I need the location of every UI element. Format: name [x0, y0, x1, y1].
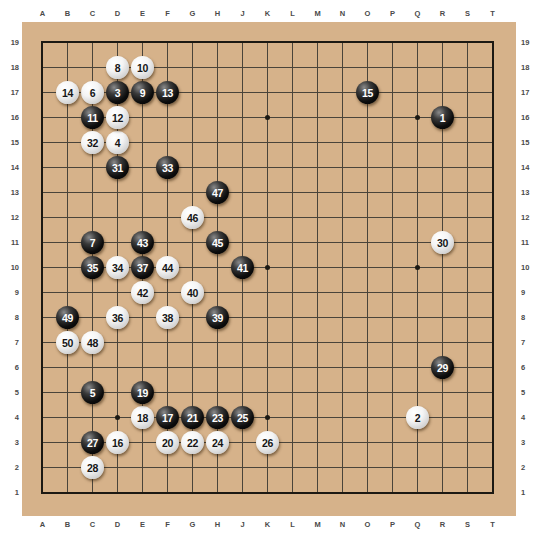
coord-label: 5 [521, 380, 537, 405]
move-number: 10 [137, 62, 148, 74]
coord-label: L [280, 518, 305, 532]
coord-label: 7 [3, 330, 19, 355]
coord-label: 2 [521, 455, 537, 480]
stone-black-F4[interactable]: 17 [156, 406, 179, 429]
stone-black-E17[interactable]: 9 [131, 81, 154, 104]
move-number: 29 [437, 362, 448, 374]
coord-label: N [330, 7, 355, 21]
stone-white-D16[interactable]: 12 [106, 106, 129, 129]
coord-label: F [155, 518, 180, 532]
coord-label: Q [405, 518, 430, 532]
coord-label: 11 [3, 230, 19, 255]
stone-black-E10[interactable]: 37 [131, 256, 154, 279]
move-number: 40 [187, 287, 198, 299]
move-number: 50 [62, 337, 73, 349]
move-number: 49 [62, 312, 73, 324]
coord-label: B [55, 7, 80, 21]
stone-white-Q4[interactable]: 2 [406, 406, 429, 429]
move-number: 19 [137, 387, 148, 399]
move-number: 11 [87, 112, 98, 124]
stone-white-F3[interactable]: 20 [156, 431, 179, 454]
stone-black-J10[interactable]: 41 [231, 256, 254, 279]
stone-white-D10[interactable]: 34 [106, 256, 129, 279]
move-number: 26 [262, 437, 273, 449]
move-number: 27 [87, 437, 98, 449]
stone-black-C11[interactable]: 7 [81, 231, 104, 254]
column-labels-bottom: ABCDEFGHJKLMNOPQRST [30, 518, 505, 532]
coord-label: M [305, 7, 330, 21]
stone-white-K3[interactable]: 26 [256, 431, 279, 454]
move-number: 38 [162, 312, 173, 324]
stone-black-O17[interactable]: 15 [356, 81, 379, 104]
coord-label: 1 [3, 480, 19, 505]
move-number: 1 [440, 112, 446, 124]
stone-white-G12[interactable]: 46 [181, 206, 204, 229]
coord-label: G [180, 518, 205, 532]
move-number: 48 [87, 337, 98, 349]
coord-label: K [255, 7, 280, 21]
move-number: 31 [112, 162, 123, 174]
stone-black-H11[interactable]: 45 [206, 231, 229, 254]
row-labels-left: 19181716151413121110987654321 [3, 30, 19, 505]
move-number: 9 [140, 87, 146, 99]
stone-black-C10[interactable]: 35 [81, 256, 104, 279]
coord-label: M [305, 518, 330, 532]
coord-label: 10 [521, 255, 537, 280]
coord-label: 13 [521, 180, 537, 205]
move-number: 5 [90, 387, 96, 399]
coord-label: R [430, 7, 455, 21]
stone-white-H3[interactable]: 24 [206, 431, 229, 454]
move-number: 4 [115, 137, 121, 149]
coord-label: G [180, 7, 205, 21]
move-number: 37 [137, 262, 148, 274]
coord-label: 9 [521, 280, 537, 305]
stone-black-H13[interactable]: 47 [206, 181, 229, 204]
move-number: 41 [237, 262, 248, 274]
coord-label: N [330, 518, 355, 532]
stone-white-E4[interactable]: 18 [131, 406, 154, 429]
coord-label: 12 [3, 205, 19, 230]
coord-label: C [80, 518, 105, 532]
stone-black-R6[interactable]: 29 [431, 356, 454, 379]
stone-white-D15[interactable]: 4 [106, 131, 129, 154]
coord-label: 13 [3, 180, 19, 205]
coord-label: D [105, 7, 130, 21]
coord-label: 15 [521, 130, 537, 155]
coord-label: Q [405, 7, 430, 21]
stone-black-D17[interactable]: 3 [106, 81, 129, 104]
move-number: 12 [112, 112, 123, 124]
move-number: 36 [112, 312, 123, 324]
move-number: 45 [212, 237, 223, 249]
coord-label: H [205, 518, 230, 532]
coord-label: H [205, 7, 230, 21]
stone-white-F10[interactable]: 44 [156, 256, 179, 279]
stone-black-R16[interactable]: 1 [431, 106, 454, 129]
move-number: 7 [90, 237, 96, 249]
coord-label: J [230, 518, 255, 532]
coord-label: 7 [521, 330, 537, 355]
coord-label: F [155, 7, 180, 21]
stone-white-D18[interactable]: 8 [106, 56, 129, 79]
stone-white-E18[interactable]: 10 [131, 56, 154, 79]
coord-label: 8 [521, 305, 537, 330]
move-number: 18 [137, 412, 148, 424]
stone-white-B17[interactable]: 14 [56, 81, 79, 104]
stone-black-J4[interactable]: 25 [231, 406, 254, 429]
stone-black-H4[interactable]: 23 [206, 406, 229, 429]
coord-label: 12 [521, 205, 537, 230]
move-number: 30 [437, 237, 448, 249]
stone-white-G9[interactable]: 40 [181, 281, 204, 304]
coord-label: 19 [3, 30, 19, 55]
coord-label: 17 [521, 80, 537, 105]
move-number: 35 [87, 262, 98, 274]
coord-label: 19 [521, 30, 537, 55]
coord-label: 18 [521, 55, 537, 80]
coord-label: 4 [3, 405, 19, 430]
coord-label: K [255, 518, 280, 532]
stone-white-D8[interactable]: 36 [106, 306, 129, 329]
coord-label: 11 [521, 230, 537, 255]
coord-label: 14 [3, 155, 19, 180]
row-labels-right: 19181716151413121110987654321 [521, 30, 537, 505]
stone-black-G4[interactable]: 21 [181, 406, 204, 429]
coord-label: A [30, 7, 55, 21]
stone-white-C2[interactable]: 28 [81, 456, 104, 479]
move-number: 24 [212, 437, 223, 449]
coord-label: C [80, 7, 105, 21]
coord-label: 5 [3, 380, 19, 405]
column-labels-top: ABCDEFGHJKLMNOPQRST [30, 7, 505, 21]
coord-label: 15 [3, 130, 19, 155]
coord-label: B [55, 518, 80, 532]
move-number: 42 [137, 287, 148, 299]
stone-black-F14[interactable]: 33 [156, 156, 179, 179]
move-number: 17 [162, 412, 173, 424]
coord-label: O [355, 7, 380, 21]
stone-black-F17[interactable]: 13 [156, 81, 179, 104]
stone-black-C16[interactable]: 11 [81, 106, 104, 129]
move-number: 23 [212, 412, 223, 424]
coord-label: 6 [521, 355, 537, 380]
stone-white-C7[interactable]: 48 [81, 331, 104, 354]
coord-label: 9 [3, 280, 19, 305]
stone-black-B8[interactable]: 49 [56, 306, 79, 329]
move-number: 34 [112, 262, 123, 274]
move-number: 6 [90, 87, 96, 99]
stone-white-B7[interactable]: 50 [56, 331, 79, 354]
coord-label: E [130, 518, 155, 532]
stone-white-G3[interactable]: 22 [181, 431, 204, 454]
coord-label: 17 [3, 80, 19, 105]
coord-label: 16 [521, 105, 537, 130]
coord-label: 6 [3, 355, 19, 380]
move-number: 2 [415, 412, 421, 424]
coord-label: 2 [3, 455, 19, 480]
coord-label: 16 [3, 105, 19, 130]
coord-label: P [380, 7, 405, 21]
move-number: 13 [162, 87, 173, 99]
stone-black-E11[interactable]: 43 [131, 231, 154, 254]
move-number: 15 [362, 87, 373, 99]
stone-white-C17[interactable]: 6 [81, 81, 104, 104]
coord-label: E [130, 7, 155, 21]
coord-label: T [480, 518, 505, 532]
stone-black-C5[interactable]: 5 [81, 381, 104, 404]
coord-label: 8 [3, 305, 19, 330]
coord-label: 14 [521, 155, 537, 180]
stone-white-D3[interactable]: 16 [106, 431, 129, 454]
go-diagram-page: ABCDEFGHJKLMNOPQRST ABCDEFGHJKLMNOPQRST … [0, 0, 540, 540]
coord-label: D [105, 518, 130, 532]
go-board[interactable]: 1234567891011121314151617181920212223242… [22, 22, 516, 516]
coord-label: 18 [3, 55, 19, 80]
move-number: 33 [162, 162, 173, 174]
move-number: 14 [62, 87, 73, 99]
move-number: 3 [115, 87, 121, 99]
move-number: 43 [137, 237, 148, 249]
stone-black-H8[interactable]: 39 [206, 306, 229, 329]
coord-label: 3 [3, 430, 19, 455]
coord-label: 4 [521, 405, 537, 430]
coord-label: 3 [521, 430, 537, 455]
move-number: 20 [162, 437, 173, 449]
stone-black-C3[interactable]: 27 [81, 431, 104, 454]
coord-label: O [355, 518, 380, 532]
stone-white-R11[interactable]: 30 [431, 231, 454, 254]
coord-label: T [480, 7, 505, 21]
move-number: 46 [187, 212, 198, 224]
move-number: 47 [212, 187, 223, 199]
move-number: 8 [115, 62, 121, 74]
move-number: 21 [187, 412, 198, 424]
coord-label: L [280, 7, 305, 21]
coord-label: A [30, 518, 55, 532]
stone-white-C15[interactable]: 32 [81, 131, 104, 154]
move-number: 22 [187, 437, 198, 449]
move-number: 25 [237, 412, 248, 424]
stone-white-F8[interactable]: 38 [156, 306, 179, 329]
coord-label: S [455, 7, 480, 21]
coord-label: R [430, 518, 455, 532]
stone-black-D14[interactable]: 31 [106, 156, 129, 179]
stones-layer: 1234567891011121314151617181920212223242… [30, 30, 505, 505]
move-number: 16 [112, 437, 123, 449]
move-number: 44 [162, 262, 173, 274]
coord-label: S [455, 518, 480, 532]
coord-label: 1 [521, 480, 537, 505]
coord-label: 10 [3, 255, 19, 280]
stone-white-E9[interactable]: 42 [131, 281, 154, 304]
coord-label: J [230, 7, 255, 21]
move-number: 32 [87, 137, 98, 149]
coord-label: P [380, 518, 405, 532]
stone-black-E5[interactable]: 19 [131, 381, 154, 404]
move-number: 39 [212, 312, 223, 324]
move-number: 28 [87, 462, 98, 474]
